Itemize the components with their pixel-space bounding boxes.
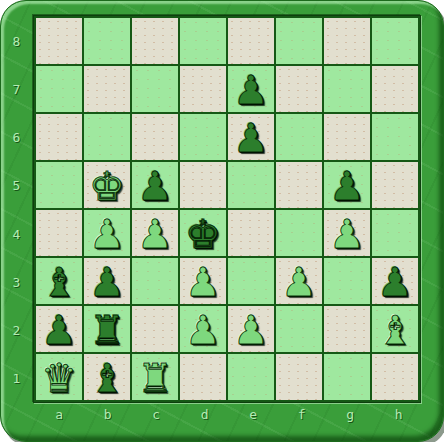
rank-label-5: 5 [0, 162, 33, 210]
piece-black-pawn[interactable]: ♟ [228, 66, 274, 112]
chess-app-window: 87654321 ♟♟♚♟♟♟♟♚♟♝♟♟♟♟♟♜♟♟♝♛♝♜ abcdefgh [0, 0, 444, 442]
piece-white-bishop[interactable]: ♝ [372, 306, 418, 352]
square-f3[interactable]: ♟ [276, 258, 322, 304]
square-d7[interactable] [180, 66, 226, 112]
square-h7[interactable] [372, 66, 418, 112]
square-f1[interactable] [276, 354, 322, 400]
square-f6[interactable] [276, 114, 322, 160]
rank-label-6: 6 [0, 114, 33, 162]
square-e1[interactable] [228, 354, 274, 400]
file-label-b: b [84, 402, 133, 426]
square-a7[interactable] [36, 66, 82, 112]
piece-black-pawn[interactable]: ♟ [324, 162, 370, 208]
square-a4[interactable] [36, 210, 82, 256]
square-b4[interactable]: ♟ [84, 210, 130, 256]
square-g3[interactable] [324, 258, 370, 304]
piece-black-king[interactable]: ♚ [180, 210, 226, 256]
file-label-h: h [375, 402, 424, 426]
square-e5[interactable] [228, 162, 274, 208]
square-g2[interactable] [324, 306, 370, 352]
square-d1[interactable] [180, 354, 226, 400]
square-a1[interactable]: ♛ [36, 354, 82, 400]
square-g7[interactable] [324, 66, 370, 112]
square-b8[interactable] [84, 18, 130, 64]
rank-label-4: 4 [0, 210, 33, 258]
piece-white-pawn[interactable]: ♟ [84, 210, 130, 256]
square-h5[interactable] [372, 162, 418, 208]
square-h8[interactable] [372, 18, 418, 64]
square-f7[interactable] [276, 66, 322, 112]
piece-black-pawn[interactable]: ♟ [84, 258, 130, 304]
square-e2[interactable]: ♟ [228, 306, 274, 352]
square-f5[interactable] [276, 162, 322, 208]
square-d5[interactable] [180, 162, 226, 208]
piece-black-pawn[interactable]: ♟ [36, 306, 82, 352]
file-label-g: g [326, 402, 375, 426]
piece-black-pawn[interactable]: ♟ [372, 258, 418, 304]
file-label-e: e [229, 402, 278, 426]
square-g1[interactable] [324, 354, 370, 400]
square-c6[interactable] [132, 114, 178, 160]
square-h1[interactable] [372, 354, 418, 400]
square-b6[interactable] [84, 114, 130, 160]
square-e8[interactable] [228, 18, 274, 64]
square-g5[interactable]: ♟ [324, 162, 370, 208]
square-a3[interactable]: ♝ [36, 258, 82, 304]
square-c5[interactable]: ♟ [132, 162, 178, 208]
square-f8[interactable] [276, 18, 322, 64]
square-c1[interactable]: ♜ [132, 354, 178, 400]
rank-label-8: 8 [0, 17, 33, 65]
square-d2[interactable]: ♟ [180, 306, 226, 352]
piece-white-king[interactable]: ♚ [84, 162, 130, 208]
square-e3[interactable] [228, 258, 274, 304]
piece-white-pawn[interactable]: ♟ [180, 258, 226, 304]
square-b5[interactable]: ♚ [84, 162, 130, 208]
square-b7[interactable] [84, 66, 130, 112]
piece-white-pawn[interactable]: ♟ [324, 210, 370, 256]
piece-white-pawn[interactable]: ♟ [180, 306, 226, 352]
square-a6[interactable] [36, 114, 82, 160]
square-b1[interactable]: ♝ [84, 354, 130, 400]
square-e6[interactable]: ♟ [228, 114, 274, 160]
square-a2[interactable]: ♟ [36, 306, 82, 352]
square-e7[interactable]: ♟ [228, 66, 274, 112]
rank-label-2: 2 [0, 307, 33, 355]
square-c3[interactable] [132, 258, 178, 304]
piece-white-pawn[interactable]: ♟ [132, 210, 178, 256]
piece-black-pawn[interactable]: ♟ [132, 162, 178, 208]
square-f2[interactable] [276, 306, 322, 352]
rank-label-1: 1 [0, 355, 33, 403]
square-b3[interactable]: ♟ [84, 258, 130, 304]
square-g8[interactable] [324, 18, 370, 64]
piece-black-bishop[interactable]: ♝ [84, 354, 130, 400]
piece-white-pawn[interactable]: ♟ [276, 258, 322, 304]
square-c8[interactable] [132, 18, 178, 64]
square-g4[interactable]: ♟ [324, 210, 370, 256]
square-f4[interactable] [276, 210, 322, 256]
square-h6[interactable] [372, 114, 418, 160]
square-d3[interactable]: ♟ [180, 258, 226, 304]
square-b2[interactable]: ♜ [84, 306, 130, 352]
square-c7[interactable] [132, 66, 178, 112]
piece-black-pawn[interactable]: ♟ [228, 114, 274, 160]
rank-label-7: 7 [0, 65, 33, 113]
square-d6[interactable] [180, 114, 226, 160]
square-d8[interactable] [180, 18, 226, 64]
piece-black-bishop[interactable]: ♝ [36, 258, 82, 304]
file-label-c: c [132, 402, 181, 426]
piece-white-pawn[interactable]: ♟ [228, 306, 274, 352]
square-h4[interactable] [372, 210, 418, 256]
square-d4[interactable]: ♚ [180, 210, 226, 256]
file-labels: abcdefgh [35, 402, 423, 426]
piece-black-rook[interactable]: ♜ [84, 306, 130, 352]
file-label-f: f [278, 402, 327, 426]
file-label-a: a [35, 402, 84, 426]
square-a5[interactable] [36, 162, 82, 208]
square-e4[interactable] [228, 210, 274, 256]
chess-board: ♟♟♚♟♟♟♟♚♟♝♟♟♟♟♟♜♟♟♝♛♝♜ [33, 15, 421, 403]
piece-white-queen[interactable]: ♛ [36, 354, 82, 400]
square-c4[interactable]: ♟ [132, 210, 178, 256]
square-g6[interactable] [324, 114, 370, 160]
rank-label-3: 3 [0, 258, 33, 306]
file-label-d: d [181, 402, 230, 426]
rank-labels: 87654321 [0, 17, 33, 403]
square-h3[interactable]: ♟ [372, 258, 418, 304]
square-c2[interactable] [132, 306, 178, 352]
piece-white-rook[interactable]: ♜ [132, 354, 178, 400]
square-h2[interactable]: ♝ [372, 306, 418, 352]
square-a8[interactable] [36, 18, 82, 64]
